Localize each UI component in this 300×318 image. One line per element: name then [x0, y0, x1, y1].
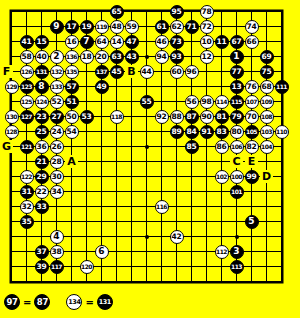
stone-109[interactable]: 109 — [260, 95, 274, 109]
stone-92[interactable]: 92 — [155, 110, 169, 124]
stone-44[interactable]: 44 — [140, 65, 154, 79]
stone-35[interactable]: 35 — [20, 215, 34, 229]
stone-11[interactable]: 11 — [215, 35, 229, 49]
stone-75[interactable]: 75 — [260, 65, 274, 79]
stone-39[interactable]: 39 — [35, 260, 49, 274]
caption-equivalence: 97=87 — [4, 294, 50, 310]
stone-132[interactable]: 132 — [50, 65, 64, 79]
star-point — [145, 145, 149, 149]
stone-56[interactable]: 56 — [185, 95, 199, 109]
stone-24[interactable]: 24 — [50, 125, 64, 139]
stone-46[interactable]: 46 — [155, 35, 169, 49]
stone-20[interactable]: 20 — [95, 50, 109, 64]
point-label-F: F — [0, 65, 13, 78]
stone-111[interactable]: 111 — [275, 80, 289, 94]
stone-105[interactable]: 105 — [245, 125, 259, 139]
stone-50[interactable]: 50 — [65, 110, 79, 124]
point-label-B: B — [125, 65, 138, 78]
star-point — [235, 235, 239, 239]
stone-85[interactable]: 85 — [185, 140, 199, 154]
stone-84[interactable]: 84 — [185, 125, 199, 139]
stone-100[interactable]: 100 — [230, 170, 244, 184]
go-diagram: 1234567891011121314151617181920212223242… — [0, 0, 300, 318]
stone-99[interactable]: 99 — [245, 170, 259, 184]
stone-91[interactable]: 91 — [200, 125, 214, 139]
stone-115[interactable]: 115 — [230, 95, 244, 109]
stone-120[interactable]: 120 — [80, 260, 94, 274]
stone-68[interactable]: 68 — [260, 80, 274, 94]
point-label-A: A — [65, 155, 78, 168]
stone-101[interactable]: 101 — [230, 185, 244, 199]
stone-31[interactable]: 31 — [20, 185, 34, 199]
stone-106[interactable]: 106 — [230, 140, 244, 154]
stone-89[interactable]: 89 — [170, 125, 184, 139]
stone-54[interactable]: 54 — [65, 125, 79, 139]
stone-69[interactable]: 69 — [260, 50, 274, 64]
stone-16[interactable]: 16 — [65, 35, 79, 49]
stone-103[interactable]: 103 — [260, 125, 274, 139]
stone-38[interactable]: 38 — [50, 245, 64, 259]
stone-26[interactable]: 26 — [50, 140, 64, 154]
stone-107[interactable]: 107 — [245, 95, 259, 109]
stone-96[interactable]: 96 — [185, 65, 199, 79]
stone-88[interactable]: 88 — [170, 110, 184, 124]
go-board[interactable]: 1234567891011121314151617181920212223242… — [4, 4, 289, 289]
stone-27[interactable]: 27 — [50, 110, 64, 124]
point-label-E: E — [245, 155, 258, 168]
stone-134[interactable]: 134 — [66, 294, 82, 310]
stone-97[interactable]: 97 — [4, 294, 20, 310]
stone-127[interactable]: 127 — [20, 110, 34, 124]
stone-114[interactable]: 114 — [215, 95, 229, 109]
stone-133[interactable]: 133 — [50, 80, 64, 94]
stone-136[interactable]: 136 — [65, 50, 79, 64]
stone-80[interactable]: 80 — [230, 125, 244, 139]
stone-19[interactable]: 19 — [80, 20, 94, 34]
stone-63[interactable]: 63 — [110, 50, 124, 64]
stone-49[interactable]: 49 — [95, 80, 109, 94]
stone-13[interactable]: 13 — [230, 80, 244, 94]
stone-9[interactable]: 9 — [50, 20, 64, 34]
stone-28[interactable]: 28 — [50, 155, 64, 169]
stone-82[interactable]: 82 — [245, 140, 259, 154]
stone-72[interactable]: 72 — [200, 20, 214, 34]
stone-76[interactable]: 76 — [245, 80, 259, 94]
stone-64[interactable]: 64 — [95, 35, 109, 49]
stone-81[interactable]: 81 — [215, 110, 229, 124]
stone-77[interactable]: 77 — [230, 65, 244, 79]
equals-sign: = — [85, 297, 93, 308]
stone-58[interactable]: 58 — [20, 50, 34, 64]
stone-14[interactable]: 14 — [110, 35, 124, 49]
stone-78[interactable]: 78 — [200, 5, 214, 19]
stone-21[interactable]: 21 — [35, 155, 49, 169]
stone-71[interactable]: 71 — [185, 20, 199, 34]
stone-131[interactable]: 131 — [97, 294, 113, 310]
stone-126[interactable]: 126 — [20, 65, 34, 79]
stone-73[interactable]: 73 — [170, 35, 184, 49]
stone-8[interactable]: 8 — [35, 80, 49, 94]
stone-4[interactable]: 4 — [50, 230, 64, 244]
stone-90[interactable]: 90 — [200, 110, 214, 124]
stone-104[interactable]: 104 — [260, 140, 274, 154]
point-label-D: D — [260, 170, 273, 183]
caption: 97=87134=131 — [4, 294, 113, 310]
point-label-C: C — [230, 155, 243, 168]
stone-121[interactable]: 121 — [20, 140, 34, 154]
equals-sign: = — [23, 297, 31, 308]
stone-119[interactable]: 119 — [95, 20, 109, 34]
stone-10[interactable]: 10 — [200, 35, 214, 49]
stone-7[interactable]: 7 — [80, 35, 94, 49]
stone-128[interactable]: 128 — [5, 125, 19, 139]
stone-53[interactable]: 53 — [80, 110, 94, 124]
stone-12[interactable]: 12 — [200, 50, 214, 64]
stone-108[interactable]: 108 — [260, 110, 274, 124]
stone-86[interactable]: 86 — [215, 140, 229, 154]
stone-43[interactable]: 43 — [125, 50, 139, 64]
stone-18[interactable]: 18 — [80, 50, 94, 64]
stone-74[interactable]: 74 — [245, 20, 259, 34]
stone-61[interactable]: 61 — [155, 20, 169, 34]
stone-79[interactable]: 79 — [230, 110, 244, 124]
stone-32[interactable]: 32 — [20, 200, 34, 214]
star-point — [145, 235, 149, 239]
stone-34[interactable]: 34 — [50, 185, 64, 199]
stone-55[interactable]: 55 — [140, 95, 154, 109]
stone-124[interactable]: 124 — [35, 95, 49, 109]
stone-94[interactable]: 94 — [155, 50, 169, 64]
stone-17[interactable]: 17 — [65, 20, 79, 34]
stone-23[interactable]: 23 — [35, 110, 49, 124]
stone-1[interactable]: 1 — [230, 50, 244, 64]
stone-36[interactable]: 36 — [35, 140, 49, 154]
stone-102[interactable]: 102 — [215, 170, 229, 184]
stone-98[interactable]: 98 — [200, 95, 214, 109]
stone-129[interactable]: 129 — [5, 80, 19, 94]
stone-70[interactable]: 70 — [245, 110, 259, 124]
stone-45[interactable]: 45 — [110, 65, 124, 79]
stone-59[interactable]: 59 — [125, 20, 139, 34]
stone-25[interactable]: 25 — [35, 125, 49, 139]
star-point — [145, 55, 149, 59]
stone-130[interactable]: 130 — [5, 110, 19, 124]
stone-15[interactable]: 15 — [35, 35, 49, 49]
stone-112[interactable]: 112 — [215, 245, 229, 259]
stone-87[interactable]: 87 — [34, 294, 50, 310]
stone-135[interactable]: 135 — [65, 65, 79, 79]
stone-95[interactable]: 95 — [170, 5, 184, 19]
stone-87[interactable]: 87 — [185, 110, 199, 124]
stone-110[interactable]: 110 — [275, 125, 289, 139]
stone-47[interactable]: 47 — [125, 35, 139, 49]
caption-equivalence: 134=131 — [66, 294, 112, 310]
stone-60[interactable]: 60 — [170, 65, 184, 79]
stone-51[interactable]: 51 — [65, 95, 79, 109]
stone-37[interactable]: 37 — [35, 245, 49, 259]
stone-65[interactable]: 65 — [110, 5, 124, 19]
stone-40[interactable]: 40 — [35, 50, 49, 64]
stone-83[interactable]: 83 — [215, 125, 229, 139]
stone-122[interactable]: 122 — [20, 170, 34, 184]
stone-48[interactable]: 48 — [110, 20, 124, 34]
stone-42[interactable]: 42 — [170, 230, 184, 244]
stone-125[interactable]: 125 — [20, 95, 34, 109]
stone-5[interactable]: 5 — [245, 215, 259, 229]
stone-113[interactable]: 113 — [230, 260, 244, 274]
stone-67[interactable]: 67 — [230, 35, 244, 49]
stone-66[interactable]: 66 — [245, 35, 259, 49]
stone-118[interactable]: 118 — [110, 110, 124, 124]
stone-30[interactable]: 30 — [50, 170, 64, 184]
point-label-G: G — [0, 140, 13, 153]
stone-116[interactable]: 116 — [155, 200, 169, 214]
stone-137[interactable]: 137 — [95, 65, 109, 79]
stone-57[interactable]: 57 — [65, 80, 79, 94]
stone-131[interactable]: 131 — [35, 65, 49, 79]
stone-2[interactable]: 2 — [50, 50, 64, 64]
stone-93[interactable]: 93 — [170, 50, 184, 64]
stone-3[interactable]: 3 — [230, 245, 244, 259]
stone-29[interactable]: 29 — [35, 170, 49, 184]
stone-52[interactable]: 52 — [50, 95, 64, 109]
stone-41[interactable]: 41 — [20, 35, 34, 49]
stone-33[interactable]: 33 — [35, 200, 49, 214]
stone-62[interactable]: 62 — [170, 20, 184, 34]
stone-117[interactable]: 117 — [50, 260, 64, 274]
stone-123[interactable]: 123 — [20, 80, 34, 94]
stone-22[interactable]: 22 — [35, 185, 49, 199]
stone-6[interactable]: 6 — [95, 245, 109, 259]
